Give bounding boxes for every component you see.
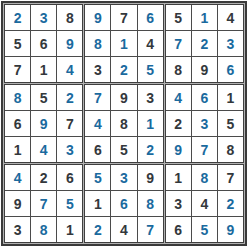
cell-r7c6[interactable]: 9: [138, 165, 163, 190]
sudoku-box-3-3: 187342659: [165, 164, 244, 243]
sudoku-box-1-1: 238569714: [4, 4, 83, 83]
cell-r3c3[interactable]: 4: [57, 57, 82, 82]
cell-r2c2[interactable]: 6: [31, 31, 56, 56]
cell-r4c2[interactable]: 5: [31, 85, 56, 110]
cell-r9c9[interactable]: 9: [218, 217, 243, 242]
cell-r8c9[interactable]: 2: [218, 191, 243, 216]
cell-r8c3[interactable]: 5: [57, 191, 82, 216]
cell-r6c5[interactable]: 5: [111, 137, 136, 162]
cell-r5c1[interactable]: 6: [5, 111, 30, 136]
cell-r9c5[interactable]: 4: [111, 217, 136, 242]
cell-r7c8[interactable]: 8: [192, 165, 217, 190]
cell-r8c4[interactable]: 1: [85, 191, 110, 216]
cell-r6c1[interactable]: 1: [5, 137, 30, 162]
cell-r4c4[interactable]: 7: [85, 85, 110, 110]
cell-r3c8[interactable]: 9: [192, 57, 217, 82]
cell-r9c2[interactable]: 8: [31, 217, 56, 242]
cell-r6c3[interactable]: 3: [57, 137, 82, 162]
cell-r5c5[interactable]: 8: [111, 111, 136, 136]
cell-r9c7[interactable]: 6: [166, 217, 191, 242]
cell-r8c6[interactable]: 8: [138, 191, 163, 216]
cell-r4c8[interactable]: 6: [192, 85, 217, 110]
cell-r3c7[interactable]: 8: [166, 57, 191, 82]
cell-r9c3[interactable]: 1: [57, 217, 82, 242]
cell-r7c2[interactable]: 2: [31, 165, 56, 190]
cell-r2c6[interactable]: 4: [138, 31, 163, 56]
cell-r1c6[interactable]: 6: [138, 5, 163, 30]
cell-r2c5[interactable]: 1: [111, 31, 136, 56]
cell-r1c4[interactable]: 9: [85, 5, 110, 30]
cell-r1c3[interactable]: 8: [57, 5, 82, 30]
cell-r3c9[interactable]: 6: [218, 57, 243, 82]
cell-r8c5[interactable]: 6: [111, 191, 136, 216]
sudoku-box-2-2: 793481652: [84, 84, 163, 163]
cell-r7c3[interactable]: 6: [57, 165, 82, 190]
cell-r5c4[interactable]: 4: [85, 111, 110, 136]
cell-r7c4[interactable]: 5: [85, 165, 110, 190]
cell-r5c3[interactable]: 7: [57, 111, 82, 136]
cell-r2c9[interactable]: 3: [218, 31, 243, 56]
cell-r1c5[interactable]: 7: [111, 5, 136, 30]
cell-r9c4[interactable]: 2: [85, 217, 110, 242]
cell-r7c1[interactable]: 4: [5, 165, 30, 190]
cell-r5c6[interactable]: 1: [138, 111, 163, 136]
cell-r4c7[interactable]: 4: [166, 85, 191, 110]
cell-r6c8[interactable]: 7: [192, 137, 217, 162]
sudoku-box-1-3: 514723896: [165, 4, 244, 83]
cell-r9c1[interactable]: 3: [5, 217, 30, 242]
cell-r3c5[interactable]: 2: [111, 57, 136, 82]
cell-r6c7[interactable]: 9: [166, 137, 191, 162]
sudoku-box-2-3: 461235978: [165, 84, 244, 163]
sudoku-box-3-2: 539168247: [84, 164, 163, 243]
cell-r1c9[interactable]: 4: [218, 5, 243, 30]
cell-r4c3[interactable]: 2: [57, 85, 82, 110]
cell-r2c3[interactable]: 9: [57, 31, 82, 56]
cell-r4c9[interactable]: 1: [218, 85, 243, 110]
cell-r8c7[interactable]: 3: [166, 191, 191, 216]
sudoku-box-2-1: 852697143: [4, 84, 83, 163]
cell-r3c4[interactable]: 3: [85, 57, 110, 82]
sudoku-box-1-2: 976814325: [84, 4, 163, 83]
cell-r6c9[interactable]: 8: [218, 137, 243, 162]
cell-r7c7[interactable]: 1: [166, 165, 191, 190]
cell-r4c1[interactable]: 8: [5, 85, 30, 110]
cell-r8c8[interactable]: 4: [192, 191, 217, 216]
cell-r8c1[interactable]: 9: [5, 191, 30, 216]
cell-r1c7[interactable]: 5: [166, 5, 191, 30]
sudoku-board: 2385697149768143255147238968526971437934…: [1, 1, 247, 246]
cell-r5c7[interactable]: 2: [166, 111, 191, 136]
cell-r1c1[interactable]: 2: [5, 5, 30, 30]
cell-r1c2[interactable]: 3: [31, 5, 56, 30]
cell-r8c2[interactable]: 7: [31, 191, 56, 216]
cell-r9c8[interactable]: 5: [192, 217, 217, 242]
cell-r9c6[interactable]: 7: [138, 217, 163, 242]
cell-r6c2[interactable]: 4: [31, 137, 56, 162]
cell-r7c9[interactable]: 7: [218, 165, 243, 190]
cell-r4c6[interactable]: 3: [138, 85, 163, 110]
cell-r2c8[interactable]: 2: [192, 31, 217, 56]
cell-r3c2[interactable]: 1: [31, 57, 56, 82]
sudoku-box-3-1: 426975381: [4, 164, 83, 243]
cell-r5c9[interactable]: 5: [218, 111, 243, 136]
cell-r2c7[interactable]: 7: [166, 31, 191, 56]
cell-r7c5[interactable]: 3: [111, 165, 136, 190]
cell-r6c4[interactable]: 6: [85, 137, 110, 162]
cell-r2c1[interactable]: 5: [5, 31, 30, 56]
cell-r6c6[interactable]: 2: [138, 137, 163, 162]
cell-r5c2[interactable]: 9: [31, 111, 56, 136]
cell-r4c5[interactable]: 9: [111, 85, 136, 110]
cell-r5c8[interactable]: 3: [192, 111, 217, 136]
cell-r3c6[interactable]: 5: [138, 57, 163, 82]
cell-r2c4[interactable]: 8: [85, 31, 110, 56]
cell-r3c1[interactable]: 7: [5, 57, 30, 82]
cell-r1c8[interactable]: 1: [192, 5, 217, 30]
